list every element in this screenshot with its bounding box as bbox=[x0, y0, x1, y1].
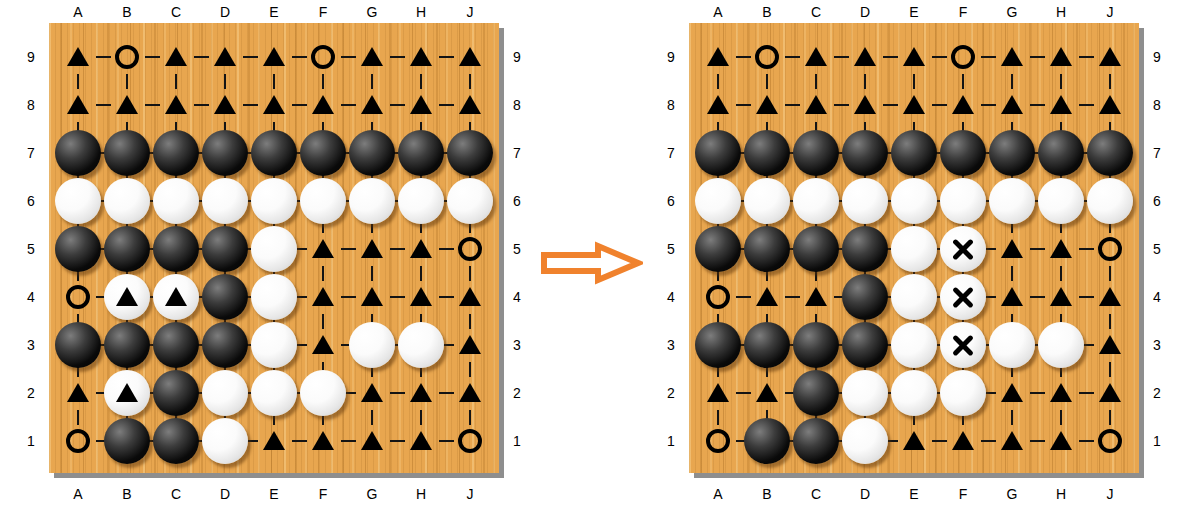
white-stone bbox=[891, 226, 937, 272]
point-B3[interactable] bbox=[103, 321, 151, 369]
point-H4[interactable] bbox=[1037, 273, 1085, 321]
point-C6[interactable] bbox=[792, 177, 840, 225]
point-H7[interactable] bbox=[397, 129, 445, 177]
point-E2[interactable] bbox=[890, 369, 938, 417]
point-D3[interactable] bbox=[201, 321, 249, 369]
black-stone bbox=[398, 130, 444, 176]
point-A4[interactable] bbox=[54, 273, 102, 321]
col-label-bottom-before-B: B bbox=[122, 487, 131, 501]
triangle-marker-icon bbox=[903, 95, 925, 114]
point-G1[interactable] bbox=[348, 417, 396, 465]
point-D3[interactable] bbox=[841, 321, 889, 369]
point-F9[interactable] bbox=[939, 33, 987, 81]
point-E5[interactable] bbox=[890, 225, 938, 273]
col-label-top-before-C: C bbox=[171, 5, 181, 19]
point-B2[interactable] bbox=[103, 369, 151, 417]
point-J2[interactable] bbox=[1086, 369, 1134, 417]
point-F4[interactable] bbox=[939, 273, 987, 321]
triangle-marker-icon bbox=[116, 95, 138, 114]
diagram-canvas: AABBCCDDEEFFGGHHJJ998877665544332211AABB… bbox=[0, 0, 1187, 516]
point-A5[interactable] bbox=[694, 225, 742, 273]
point-H3[interactable] bbox=[397, 321, 445, 369]
point-G8[interactable] bbox=[988, 81, 1036, 129]
point-C9[interactable] bbox=[152, 33, 200, 81]
triangle-marker-icon bbox=[903, 431, 925, 450]
point-F8[interactable] bbox=[299, 81, 347, 129]
col-label-top-after-E: E bbox=[909, 5, 918, 19]
row-label-right-after-6: 6 bbox=[1153, 194, 1161, 208]
point-D8[interactable] bbox=[201, 81, 249, 129]
point-C4[interactable] bbox=[792, 273, 840, 321]
triangle-marker-icon bbox=[459, 383, 481, 402]
col-label-top-before-D: D bbox=[220, 5, 230, 19]
point-E3[interactable] bbox=[890, 321, 938, 369]
point-J2[interactable] bbox=[446, 369, 494, 417]
row-label-right-before-6: 6 bbox=[513, 194, 521, 208]
point-G1[interactable] bbox=[988, 417, 1036, 465]
white-stone bbox=[251, 274, 297, 320]
white-stone bbox=[251, 226, 297, 272]
point-H3[interactable] bbox=[1037, 321, 1085, 369]
row-label-right-after-5: 5 bbox=[1153, 242, 1161, 256]
triangle-marker-icon bbox=[1001, 287, 1023, 306]
point-D4[interactable] bbox=[841, 273, 889, 321]
board-before bbox=[49, 23, 499, 473]
point-H8[interactable] bbox=[397, 81, 445, 129]
triangle-marker-icon bbox=[707, 47, 729, 66]
point-B6[interactable] bbox=[103, 177, 151, 225]
point-J4[interactable] bbox=[1086, 273, 1134, 321]
point-B9[interactable] bbox=[103, 33, 151, 81]
col-label-top-after-A: A bbox=[713, 5, 722, 19]
col-label-top-after-D: D bbox=[860, 5, 870, 19]
triangle-marker-icon bbox=[410, 383, 432, 402]
triangle-marker-icon bbox=[116, 383, 138, 402]
row-label-left-before-9: 9 bbox=[27, 50, 35, 64]
point-A7[interactable] bbox=[694, 129, 742, 177]
col-label-bottom-after-E: E bbox=[909, 487, 918, 501]
point-A4[interactable] bbox=[694, 273, 742, 321]
white-stone bbox=[251, 178, 297, 224]
black-stone bbox=[1038, 130, 1084, 176]
point-E7[interactable] bbox=[250, 129, 298, 177]
point-E9[interactable] bbox=[250, 33, 298, 81]
point-G6[interactable] bbox=[988, 177, 1036, 225]
black-stone bbox=[891, 130, 937, 176]
col-label-top-before-J: J bbox=[467, 5, 474, 19]
point-H5[interactable] bbox=[1037, 225, 1085, 273]
triangle-marker-icon bbox=[312, 335, 334, 354]
row-label-right-before-8: 8 bbox=[513, 98, 521, 112]
point-B2[interactable] bbox=[743, 369, 791, 417]
point-J6[interactable] bbox=[1086, 177, 1134, 225]
row-label-left-before-2: 2 bbox=[27, 386, 35, 400]
point-E6[interactable] bbox=[250, 177, 298, 225]
row-label-right-after-1: 1 bbox=[1153, 434, 1161, 448]
point-C4[interactable] bbox=[152, 273, 200, 321]
point-H5[interactable] bbox=[397, 225, 445, 273]
triangle-marker-icon bbox=[1050, 383, 1072, 402]
point-G6[interactable] bbox=[348, 177, 396, 225]
point-A1[interactable] bbox=[54, 417, 102, 465]
triangle-marker-icon bbox=[263, 431, 285, 450]
circle-marker-icon bbox=[1098, 429, 1122, 453]
point-D6[interactable] bbox=[201, 177, 249, 225]
row-label-right-before-2: 2 bbox=[513, 386, 521, 400]
point-A1[interactable] bbox=[694, 417, 742, 465]
point-J3[interactable] bbox=[1086, 321, 1134, 369]
point-J7[interactable] bbox=[446, 129, 494, 177]
row-label-left-before-3: 3 bbox=[27, 338, 35, 352]
point-A9[interactable] bbox=[694, 33, 742, 81]
point-F6[interactable] bbox=[939, 177, 987, 225]
row-label-right-before-3: 3 bbox=[513, 338, 521, 352]
triangle-marker-icon bbox=[67, 95, 89, 114]
triangle-marker-icon bbox=[1050, 95, 1072, 114]
black-stone bbox=[744, 322, 790, 368]
white-stone bbox=[989, 322, 1035, 368]
white-stone bbox=[1087, 178, 1133, 224]
point-E1[interactable] bbox=[250, 417, 298, 465]
black-stone bbox=[842, 322, 888, 368]
white-stone bbox=[349, 178, 395, 224]
triangle-marker-icon bbox=[854, 95, 876, 114]
point-B6[interactable] bbox=[743, 177, 791, 225]
col-label-top-before-B: B bbox=[122, 5, 131, 19]
point-B9[interactable] bbox=[743, 33, 791, 81]
white-stone bbox=[251, 322, 297, 368]
point-D1[interactable] bbox=[201, 417, 249, 465]
point-A8[interactable] bbox=[54, 81, 102, 129]
point-F3[interactable] bbox=[299, 321, 347, 369]
point-D4[interactable] bbox=[201, 273, 249, 321]
circle-marker-icon bbox=[951, 45, 975, 69]
col-label-bottom-after-G: G bbox=[1007, 487, 1018, 501]
triangle-marker-icon bbox=[1001, 239, 1023, 258]
black-stone bbox=[55, 130, 101, 176]
x-marker-icon bbox=[950, 284, 976, 310]
col-label-bottom-before-D: D bbox=[220, 487, 230, 501]
point-B8[interactable] bbox=[103, 81, 151, 129]
black-stone bbox=[153, 370, 199, 416]
triangle-marker-icon bbox=[263, 95, 285, 114]
point-E9[interactable] bbox=[890, 33, 938, 81]
point-J1[interactable] bbox=[1086, 417, 1134, 465]
point-A6[interactable] bbox=[694, 177, 742, 225]
x-marker-icon bbox=[950, 236, 976, 262]
white-stone bbox=[1038, 322, 1084, 368]
row-label-left-after-9: 9 bbox=[667, 50, 675, 64]
white-stone bbox=[842, 178, 888, 224]
point-D9[interactable] bbox=[841, 33, 889, 81]
col-label-bottom-after-B: B bbox=[762, 487, 771, 501]
point-D7[interactable] bbox=[841, 129, 889, 177]
point-C7[interactable] bbox=[152, 129, 200, 177]
point-D9[interactable] bbox=[201, 33, 249, 81]
white-stone bbox=[891, 322, 937, 368]
triangle-marker-icon bbox=[165, 287, 187, 306]
point-H1[interactable] bbox=[1037, 417, 1085, 465]
col-label-bottom-before-E: E bbox=[269, 487, 278, 501]
row-label-left-before-7: 7 bbox=[27, 146, 35, 160]
point-B3[interactable] bbox=[743, 321, 791, 369]
point-F5[interactable] bbox=[299, 225, 347, 273]
point-D2[interactable] bbox=[201, 369, 249, 417]
point-G3[interactable] bbox=[348, 321, 396, 369]
triangle-marker-icon bbox=[1050, 287, 1072, 306]
point-E3[interactable] bbox=[250, 321, 298, 369]
triangle-marker-icon bbox=[805, 47, 827, 66]
triangle-marker-icon bbox=[952, 95, 974, 114]
triangle-marker-icon bbox=[756, 383, 778, 402]
triangle-marker-icon bbox=[1001, 431, 1023, 450]
circle-marker-icon bbox=[458, 429, 482, 453]
circle-marker-icon bbox=[706, 429, 730, 453]
triangle-marker-icon bbox=[1099, 335, 1121, 354]
point-H8[interactable] bbox=[1037, 81, 1085, 129]
point-F2[interactable] bbox=[299, 369, 347, 417]
black-stone bbox=[153, 226, 199, 272]
triangle-marker-icon bbox=[214, 95, 236, 114]
point-H4[interactable] bbox=[397, 273, 445, 321]
point-B1[interactable] bbox=[743, 417, 791, 465]
point-C2[interactable] bbox=[152, 369, 200, 417]
point-F3[interactable] bbox=[939, 321, 987, 369]
black-stone bbox=[793, 418, 839, 464]
row-label-left-after-4: 4 bbox=[667, 290, 675, 304]
point-B5[interactable] bbox=[103, 225, 151, 273]
point-B1[interactable] bbox=[103, 417, 151, 465]
point-G9[interactable] bbox=[988, 33, 1036, 81]
point-C5[interactable] bbox=[792, 225, 840, 273]
col-label-bottom-before-H: H bbox=[416, 487, 426, 501]
white-stone bbox=[940, 178, 986, 224]
triangle-marker-icon bbox=[459, 335, 481, 354]
triangle-marker-icon bbox=[459, 47, 481, 66]
point-H6[interactable] bbox=[397, 177, 445, 225]
white-stone bbox=[300, 178, 346, 224]
point-E4[interactable] bbox=[890, 273, 938, 321]
point-J9[interactable] bbox=[446, 33, 494, 81]
point-J5[interactable] bbox=[446, 225, 494, 273]
col-label-top-after-C: C bbox=[811, 5, 821, 19]
point-D5[interactable] bbox=[841, 225, 889, 273]
point-J6[interactable] bbox=[446, 177, 494, 225]
point-A8[interactable] bbox=[694, 81, 742, 129]
point-C3[interactable] bbox=[152, 321, 200, 369]
point-D7[interactable] bbox=[201, 129, 249, 177]
row-label-right-after-2: 2 bbox=[1153, 386, 1161, 400]
triangle-marker-icon bbox=[410, 47, 432, 66]
black-stone bbox=[940, 130, 986, 176]
point-J8[interactable] bbox=[446, 81, 494, 129]
point-E2[interactable] bbox=[250, 369, 298, 417]
point-F7[interactable] bbox=[299, 129, 347, 177]
row-label-right-before-7: 7 bbox=[513, 146, 521, 160]
point-F2[interactable] bbox=[939, 369, 987, 417]
black-stone bbox=[153, 418, 199, 464]
point-J4[interactable] bbox=[446, 273, 494, 321]
point-F1[interactable] bbox=[299, 417, 347, 465]
point-F6[interactable] bbox=[299, 177, 347, 225]
point-J9[interactable] bbox=[1086, 33, 1134, 81]
point-D5[interactable] bbox=[201, 225, 249, 273]
point-E5[interactable] bbox=[250, 225, 298, 273]
point-A2[interactable] bbox=[694, 369, 742, 417]
white-stone bbox=[891, 178, 937, 224]
point-E6[interactable] bbox=[890, 177, 938, 225]
triangle-marker-icon bbox=[1050, 239, 1072, 258]
point-E1[interactable] bbox=[890, 417, 938, 465]
triangle-marker-icon bbox=[312, 95, 334, 114]
col-label-bottom-before-G: G bbox=[367, 487, 378, 501]
black-stone bbox=[104, 322, 150, 368]
point-C2[interactable] bbox=[792, 369, 840, 417]
triangle-marker-icon bbox=[805, 95, 827, 114]
white-stone bbox=[891, 274, 937, 320]
transition-arrow-icon bbox=[539, 241, 643, 285]
col-label-top-after-G: G bbox=[1007, 5, 1018, 19]
white-stone bbox=[842, 418, 888, 464]
point-A3[interactable] bbox=[694, 321, 742, 369]
triangle-marker-icon bbox=[1001, 383, 1023, 402]
triangle-marker-icon bbox=[361, 431, 383, 450]
point-F8[interactable] bbox=[939, 81, 987, 129]
point-F5[interactable] bbox=[939, 225, 987, 273]
point-G5[interactable] bbox=[988, 225, 1036, 273]
point-A3[interactable] bbox=[54, 321, 102, 369]
point-J5[interactable] bbox=[1086, 225, 1134, 273]
point-H1[interactable] bbox=[397, 417, 445, 465]
point-D8[interactable] bbox=[841, 81, 889, 129]
white-stone bbox=[202, 418, 248, 464]
point-B4[interactable] bbox=[743, 273, 791, 321]
black-stone bbox=[349, 130, 395, 176]
point-G3[interactable] bbox=[988, 321, 1036, 369]
point-J1[interactable] bbox=[446, 417, 494, 465]
black-stone bbox=[104, 418, 150, 464]
triangle-marker-icon bbox=[165, 95, 187, 114]
white-stone bbox=[202, 178, 248, 224]
row-label-left-after-3: 3 bbox=[667, 338, 675, 352]
point-H2[interactable] bbox=[397, 369, 445, 417]
point-J8[interactable] bbox=[1086, 81, 1134, 129]
point-C9[interactable] bbox=[792, 33, 840, 81]
col-label-bottom-before-J: J bbox=[467, 487, 474, 501]
point-D6[interactable] bbox=[841, 177, 889, 225]
point-F9[interactable] bbox=[299, 33, 347, 81]
point-B7[interactable] bbox=[103, 129, 151, 177]
row-label-right-after-7: 7 bbox=[1153, 146, 1161, 160]
triangle-marker-icon bbox=[459, 95, 481, 114]
point-J3[interactable] bbox=[446, 321, 494, 369]
black-stone bbox=[744, 226, 790, 272]
point-E8[interactable] bbox=[890, 81, 938, 129]
point-E4[interactable] bbox=[250, 273, 298, 321]
point-G2[interactable] bbox=[988, 369, 1036, 417]
point-C1[interactable] bbox=[152, 417, 200, 465]
circle-marker-icon bbox=[115, 45, 139, 69]
point-A6[interactable] bbox=[54, 177, 102, 225]
x-marker-icon bbox=[950, 332, 976, 358]
white-stone bbox=[695, 178, 741, 224]
point-E8[interactable] bbox=[250, 81, 298, 129]
point-H9[interactable] bbox=[397, 33, 445, 81]
triangle-marker-icon bbox=[67, 383, 89, 402]
point-H7[interactable] bbox=[1037, 129, 1085, 177]
row-label-right-after-4: 4 bbox=[1153, 290, 1161, 304]
white-stone bbox=[744, 178, 790, 224]
black-stone bbox=[744, 130, 790, 176]
point-C8[interactable] bbox=[792, 81, 840, 129]
point-G8[interactable] bbox=[348, 81, 396, 129]
point-C8[interactable] bbox=[152, 81, 200, 129]
triangle-marker-icon bbox=[361, 239, 383, 258]
black-stone bbox=[1087, 130, 1133, 176]
triangle-marker-icon bbox=[312, 431, 334, 450]
point-F1[interactable] bbox=[939, 417, 987, 465]
col-label-top-after-J: J bbox=[1107, 5, 1114, 19]
black-stone bbox=[842, 274, 888, 320]
point-G9[interactable] bbox=[348, 33, 396, 81]
point-F4[interactable] bbox=[299, 273, 347, 321]
point-A5[interactable] bbox=[54, 225, 102, 273]
point-D2[interactable] bbox=[841, 369, 889, 417]
row-label-left-before-6: 6 bbox=[27, 194, 35, 208]
point-G7[interactable] bbox=[348, 129, 396, 177]
triangle-marker-icon bbox=[361, 287, 383, 306]
point-C1[interactable] bbox=[792, 417, 840, 465]
white-stone bbox=[202, 370, 248, 416]
point-G4[interactable] bbox=[348, 273, 396, 321]
point-J7[interactable] bbox=[1086, 129, 1134, 177]
point-A2[interactable] bbox=[54, 369, 102, 417]
black-stone bbox=[793, 322, 839, 368]
white-stone bbox=[251, 370, 297, 416]
point-H9[interactable] bbox=[1037, 33, 1085, 81]
point-H2[interactable] bbox=[1037, 369, 1085, 417]
white-stone bbox=[300, 370, 346, 416]
point-F7[interactable] bbox=[939, 129, 987, 177]
black-stone bbox=[300, 130, 346, 176]
point-G4[interactable] bbox=[988, 273, 1036, 321]
point-B8[interactable] bbox=[743, 81, 791, 129]
point-G5[interactable] bbox=[348, 225, 396, 273]
point-A9[interactable] bbox=[54, 33, 102, 81]
white-stone bbox=[104, 178, 150, 224]
point-H6[interactable] bbox=[1037, 177, 1085, 225]
black-stone bbox=[989, 130, 1035, 176]
row-label-left-before-4: 4 bbox=[27, 290, 35, 304]
point-C7[interactable] bbox=[792, 129, 840, 177]
point-G2[interactable] bbox=[348, 369, 396, 417]
point-D1[interactable] bbox=[841, 417, 889, 465]
point-G7[interactable] bbox=[988, 129, 1036, 177]
point-C6[interactable] bbox=[152, 177, 200, 225]
triangle-marker-icon bbox=[1099, 47, 1121, 66]
black-stone bbox=[202, 274, 248, 320]
point-C5[interactable] bbox=[152, 225, 200, 273]
triangle-marker-icon bbox=[361, 95, 383, 114]
col-label-bottom-after-J: J bbox=[1107, 487, 1114, 501]
point-B4[interactable] bbox=[103, 273, 151, 321]
point-C3[interactable] bbox=[792, 321, 840, 369]
point-B5[interactable] bbox=[743, 225, 791, 273]
point-E7[interactable] bbox=[890, 129, 938, 177]
point-A7[interactable] bbox=[54, 129, 102, 177]
row-label-right-after-3: 3 bbox=[1153, 338, 1161, 352]
point-B7[interactable] bbox=[743, 129, 791, 177]
